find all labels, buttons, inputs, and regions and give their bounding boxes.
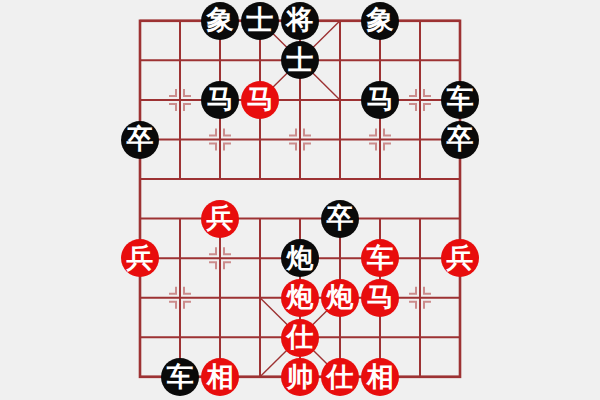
board-point[interactable] xyxy=(120,278,160,318)
board-point[interactable]: 马 xyxy=(240,80,280,120)
board-point[interactable] xyxy=(160,120,200,160)
board-point[interactable] xyxy=(360,159,400,199)
board-point[interactable]: 炮 xyxy=(280,278,320,318)
red-chariot[interactable]: 车 xyxy=(361,239,399,277)
board-point[interactable] xyxy=(400,80,440,120)
board-point[interactable] xyxy=(200,120,240,160)
board-point[interactable]: 车 xyxy=(440,80,480,120)
board-point[interactable]: 士 xyxy=(280,41,320,81)
board-point[interactable]: 车 xyxy=(160,357,200,397)
board-point[interactable] xyxy=(400,318,440,358)
board-point[interactable]: 卒 xyxy=(440,120,480,160)
board-point[interactable] xyxy=(440,199,480,239)
red-cannon[interactable]: 炮 xyxy=(281,279,319,317)
red-soldier[interactable]: 兵 xyxy=(121,239,159,277)
board-point[interactable] xyxy=(160,239,200,279)
black-advisor[interactable]: 士 xyxy=(241,2,279,40)
board-point[interactable] xyxy=(360,199,400,239)
board-point[interactable] xyxy=(400,120,440,160)
red-soldier[interactable]: 兵 xyxy=(201,200,239,238)
black-cannon[interactable]: 炮 xyxy=(281,239,319,277)
board-point[interactable] xyxy=(400,1,440,41)
board-point[interactable] xyxy=(440,278,480,318)
board-point[interactable]: 象 xyxy=(360,1,400,41)
board-point[interactable] xyxy=(240,318,280,358)
board-point[interactable] xyxy=(280,159,320,199)
board-point[interactable]: 将 xyxy=(280,1,320,41)
app-background: 象士将象士马马马车卒卒兵卒兵炮车兵炮炮马仕车相帅仕相 xyxy=(0,0,600,400)
board-point[interactable]: 兵 xyxy=(200,199,240,239)
board-point[interactable] xyxy=(440,159,480,199)
red-soldier[interactable]: 兵 xyxy=(441,239,479,277)
board-point[interactable]: 车 xyxy=(360,239,400,279)
board-point[interactable] xyxy=(160,278,200,318)
black-elephant[interactable]: 象 xyxy=(201,2,239,40)
board-point[interactable] xyxy=(280,80,320,120)
red-advisor[interactable]: 仕 xyxy=(321,358,359,396)
board-point[interactable]: 马 xyxy=(200,80,240,120)
board-point[interactable] xyxy=(320,80,360,120)
board-point[interactable] xyxy=(440,41,480,81)
board-point[interactable] xyxy=(320,120,360,160)
board-point[interactable]: 相 xyxy=(360,357,400,397)
red-horse[interactable]: 马 xyxy=(241,81,279,119)
red-general[interactable]: 帅 xyxy=(281,358,319,396)
board-point[interactable]: 兵 xyxy=(120,239,160,279)
board-point[interactable] xyxy=(320,318,360,358)
board-point[interactable] xyxy=(360,318,400,358)
board-point[interactable] xyxy=(200,159,240,199)
board-point[interactable] xyxy=(160,80,200,120)
board-point[interactable] xyxy=(240,41,280,81)
board-point[interactable] xyxy=(200,239,240,279)
board-point[interactable] xyxy=(120,1,160,41)
board-point[interactable] xyxy=(240,159,280,199)
board-point[interactable] xyxy=(400,278,440,318)
board-point[interactable] xyxy=(240,120,280,160)
board-point[interactable] xyxy=(320,159,360,199)
board-point[interactable] xyxy=(280,120,320,160)
board-point[interactable] xyxy=(160,41,200,81)
black-soldier[interactable]: 卒 xyxy=(121,121,159,159)
board-point[interactable] xyxy=(120,80,160,120)
board-point[interactable] xyxy=(240,278,280,318)
board-point[interactable] xyxy=(360,41,400,81)
black-soldier[interactable]: 卒 xyxy=(321,200,359,238)
board-point[interactable]: 仕 xyxy=(320,357,360,397)
board-point[interactable] xyxy=(120,199,160,239)
board-point[interactable] xyxy=(160,318,200,358)
board-point[interactable] xyxy=(320,239,360,279)
board-point[interactable] xyxy=(320,41,360,81)
black-chariot[interactable]: 车 xyxy=(161,358,199,396)
board-point[interactable] xyxy=(200,41,240,81)
black-horse[interactable]: 马 xyxy=(361,81,399,119)
black-elephant[interactable]: 象 xyxy=(361,2,399,40)
board-point[interactable]: 马 xyxy=(360,278,400,318)
board-point[interactable] xyxy=(400,159,440,199)
black-horse[interactable]: 马 xyxy=(201,81,239,119)
board-point[interactable]: 相 xyxy=(200,357,240,397)
board-point[interactable]: 帅 xyxy=(280,357,320,397)
black-chariot[interactable]: 车 xyxy=(441,81,479,119)
board-point[interactable]: 象 xyxy=(200,1,240,41)
board-point[interactable]: 仕 xyxy=(280,318,320,358)
board-points-grid: 象士将象士马马马车卒卒兵卒兵炮车兵炮炮马仕车相帅仕相 xyxy=(120,1,480,397)
board-point[interactable] xyxy=(280,199,320,239)
board-point[interactable] xyxy=(360,120,400,160)
red-elephant[interactable]: 相 xyxy=(361,358,399,396)
board-point[interactable] xyxy=(440,1,480,41)
red-advisor[interactable]: 仕 xyxy=(281,319,319,357)
board-point[interactable] xyxy=(320,1,360,41)
board-point[interactable]: 马 xyxy=(360,80,400,120)
board-point[interactable] xyxy=(400,239,440,279)
board-point[interactable]: 士 xyxy=(240,1,280,41)
board-point[interactable]: 炮 xyxy=(280,239,320,279)
red-cannon[interactable]: 炮 xyxy=(321,279,359,317)
board-point[interactable]: 炮 xyxy=(320,278,360,318)
black-soldier[interactable]: 卒 xyxy=(441,121,479,159)
board-point[interactable] xyxy=(440,357,480,397)
board-point[interactable] xyxy=(160,1,200,41)
board-point[interactable] xyxy=(200,318,240,358)
board-point[interactable] xyxy=(120,357,160,397)
board-point[interactable] xyxy=(240,239,280,279)
board-point[interactable] xyxy=(120,318,160,358)
board-point[interactable]: 卒 xyxy=(320,199,360,239)
board-point[interactable] xyxy=(160,159,200,199)
board-point[interactable] xyxy=(400,41,440,81)
board-point[interactable] xyxy=(160,199,200,239)
board-point[interactable] xyxy=(240,357,280,397)
xiangqi-board[interactable]: 象士将象士马马马车卒卒兵卒兵炮车兵炮炮马仕车相帅仕相 xyxy=(120,1,480,397)
board-point[interactable]: 兵 xyxy=(440,239,480,279)
board-point[interactable]: 卒 xyxy=(120,120,160,160)
board-point[interactable] xyxy=(200,278,240,318)
board-point[interactable] xyxy=(440,318,480,358)
red-horse[interactable]: 马 xyxy=(361,279,399,317)
board-point[interactable] xyxy=(120,159,160,199)
board-point[interactable] xyxy=(240,199,280,239)
board-point[interactable] xyxy=(400,357,440,397)
black-advisor[interactable]: 士 xyxy=(281,41,319,79)
board-point[interactable] xyxy=(120,41,160,81)
red-elephant[interactable]: 相 xyxy=(201,358,239,396)
board-point[interactable] xyxy=(400,199,440,239)
black-general[interactable]: 将 xyxy=(281,2,319,40)
